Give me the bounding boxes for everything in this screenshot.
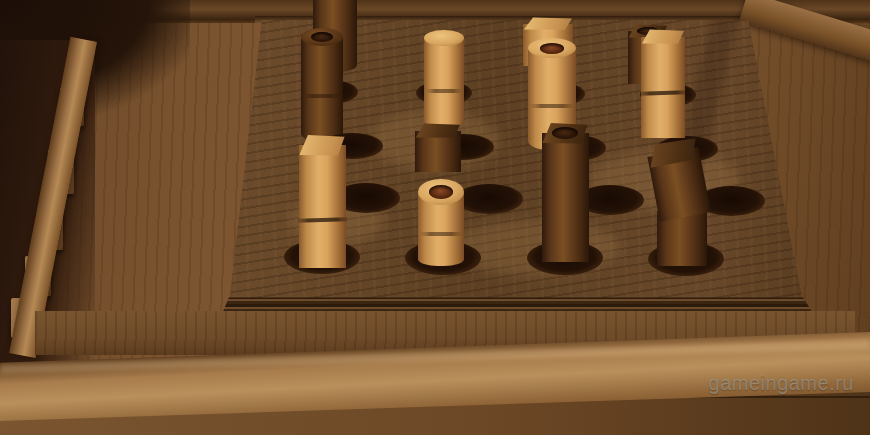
piece-r1c2-tall-light-round-solid[interactable]: [424, 30, 464, 128]
piece-r4c3-tall-dark-square-hollow-top: [542, 122, 589, 144]
piece-r2c3-tall-light-round-hollow-waist-groove: [530, 104, 574, 108]
piece-r2c2-short-dark-square-solid[interactable]: [415, 123, 461, 172]
piece-r1c2-tall-light-round-solid-top: [424, 30, 464, 46]
piece-r4c3-tall-dark-square-hollow[interactable]: [542, 122, 589, 262]
quarto-photo-scene: gameingame.ru: [0, 0, 870, 435]
piece-r1c1-tall-dark-round-hollow-waist-groove: [303, 94, 342, 98]
piece-r4c2-short-light-round-hollow-hollow: [429, 185, 453, 199]
spare-light-square-top: [523, 17, 573, 30]
piece-r2c3-tall-light-round-hollow-hollow: [540, 43, 565, 54]
piece-r1c1-tall-dark-round-hollow-top: [301, 28, 343, 46]
piece-r4c1-light-square-tower[interactable]: [299, 134, 346, 268]
piece-r2c3-tall-light-round-hollow-top: [528, 38, 576, 58]
piece-r4c2-short-light-round-hollow-top: [418, 179, 464, 205]
piece-r1c1-tall-dark-round-hollow-hollow: [311, 32, 333, 42]
piece-r4c3-tall-dark-square-hollow-hollow: [552, 127, 578, 139]
piece-r2c4-light-square-stack[interactable]: [641, 29, 685, 138]
piece-r4c1-light-square-tower-top: [299, 134, 346, 156]
watermark: gameingame.ru: [709, 372, 854, 395]
piece-r4c2-short-light-round-hollow-waist-groove: [420, 232, 462, 236]
piece-r2c4-light-square-stack-top: [641, 29, 685, 44]
piece-r1c1-tall-dark-round-hollow[interactable]: [301, 28, 343, 142]
piece-r2c2-short-dark-square-solid-top: [415, 123, 461, 138]
piece-r1c2-tall-light-round-solid-waist-groove: [426, 89, 463, 93]
hole-r3c2[interactable]: [455, 184, 523, 214]
piece-r4c2-short-light-round-hollow[interactable]: [418, 179, 464, 266]
